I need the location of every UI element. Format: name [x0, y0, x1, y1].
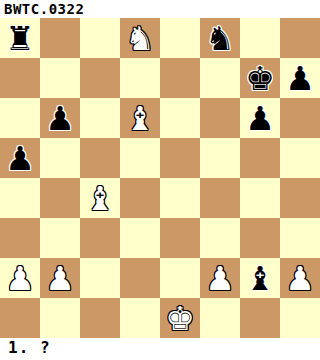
square-g5[interactable]: [240, 138, 280, 178]
square-e5[interactable]: [160, 138, 200, 178]
square-c4[interactable]: ♝: [80, 178, 120, 218]
square-e3[interactable]: [160, 218, 200, 258]
black-pawn[interactable]: ♟: [280, 58, 320, 98]
white-bishop[interactable]: ♝: [80, 178, 120, 218]
square-c7[interactable]: [80, 58, 120, 98]
black-pawn[interactable]: ♟: [240, 98, 280, 138]
square-b8[interactable]: [40, 18, 80, 58]
black-rook[interactable]: ♜: [0, 18, 40, 58]
square-d5[interactable]: [120, 138, 160, 178]
square-g1[interactable]: [240, 298, 280, 338]
square-a5[interactable]: ♟: [0, 138, 40, 178]
white-pawn[interactable]: ♟: [280, 258, 320, 298]
square-h3[interactable]: [280, 218, 320, 258]
square-a4[interactable]: [0, 178, 40, 218]
square-e1[interactable]: ♚: [160, 298, 200, 338]
square-d8[interactable]: ♞: [120, 18, 160, 58]
black-pawn[interactable]: ♟: [0, 138, 40, 178]
white-bishop[interactable]: ♝: [120, 98, 160, 138]
square-d3[interactable]: [120, 218, 160, 258]
square-h6[interactable]: [280, 98, 320, 138]
puzzle-id-title: BWTC.0322: [0, 0, 320, 18]
chess-puzzle-screen: BWTC.0322 ♜♞♞♚♟♟♝♟♟♝♟♟♟♝♟♚ 1. ?: [0, 0, 320, 360]
square-b4[interactable]: [40, 178, 80, 218]
square-e2[interactable]: [160, 258, 200, 298]
square-g8[interactable]: [240, 18, 280, 58]
square-f4[interactable]: [200, 178, 240, 218]
white-pawn[interactable]: ♟: [0, 258, 40, 298]
square-h4[interactable]: [280, 178, 320, 218]
white-knight[interactable]: ♞: [120, 18, 160, 58]
square-b1[interactable]: [40, 298, 80, 338]
square-c6[interactable]: [80, 98, 120, 138]
square-f2[interactable]: ♟: [200, 258, 240, 298]
square-h2[interactable]: ♟: [280, 258, 320, 298]
square-e8[interactable]: [160, 18, 200, 58]
chess-board: ♜♞♞♚♟♟♝♟♟♝♟♟♟♝♟♚: [0, 18, 320, 338]
square-e7[interactable]: [160, 58, 200, 98]
square-a3[interactable]: [0, 218, 40, 258]
square-c8[interactable]: [80, 18, 120, 58]
square-g2[interactable]: ♝: [240, 258, 280, 298]
square-b2[interactable]: ♟: [40, 258, 80, 298]
square-d1[interactable]: [120, 298, 160, 338]
square-a8[interactable]: ♜: [0, 18, 40, 58]
square-f3[interactable]: [200, 218, 240, 258]
square-b6[interactable]: ♟: [40, 98, 80, 138]
square-a7[interactable]: [0, 58, 40, 98]
square-c2[interactable]: [80, 258, 120, 298]
square-a1[interactable]: [0, 298, 40, 338]
square-f5[interactable]: [200, 138, 240, 178]
square-b7[interactable]: [40, 58, 80, 98]
square-d2[interactable]: [120, 258, 160, 298]
move-prompt: 1. ?: [0, 338, 320, 360]
black-bishop[interactable]: ♝: [240, 258, 280, 298]
square-d6[interactable]: ♝: [120, 98, 160, 138]
white-pawn[interactable]: ♟: [200, 258, 240, 298]
square-f7[interactable]: [200, 58, 240, 98]
square-e4[interactable]: [160, 178, 200, 218]
square-g6[interactable]: ♟: [240, 98, 280, 138]
square-h8[interactable]: [280, 18, 320, 58]
square-g4[interactable]: [240, 178, 280, 218]
square-c1[interactable]: [80, 298, 120, 338]
square-b3[interactable]: [40, 218, 80, 258]
square-h7[interactable]: ♟: [280, 58, 320, 98]
square-d7[interactable]: [120, 58, 160, 98]
square-a2[interactable]: ♟: [0, 258, 40, 298]
square-c3[interactable]: [80, 218, 120, 258]
square-g7[interactable]: ♚: [240, 58, 280, 98]
square-d4[interactable]: [120, 178, 160, 218]
square-e6[interactable]: [160, 98, 200, 138]
black-knight[interactable]: ♞: [200, 18, 240, 58]
square-h5[interactable]: [280, 138, 320, 178]
white-king[interactable]: ♚: [160, 298, 200, 338]
square-c5[interactable]: [80, 138, 120, 178]
square-f8[interactable]: ♞: [200, 18, 240, 58]
white-pawn[interactable]: ♟: [40, 258, 80, 298]
square-f6[interactable]: [200, 98, 240, 138]
square-b5[interactable]: [40, 138, 80, 178]
square-h1[interactable]: [280, 298, 320, 338]
black-king[interactable]: ♚: [240, 58, 280, 98]
square-f1[interactable]: [200, 298, 240, 338]
square-g3[interactable]: [240, 218, 280, 258]
square-a6[interactable]: [0, 98, 40, 138]
black-pawn[interactable]: ♟: [40, 98, 80, 138]
